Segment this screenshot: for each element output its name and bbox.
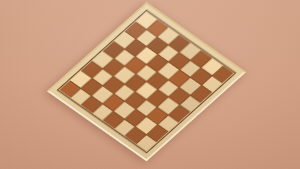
board-inner-border: [57, 10, 237, 154]
board-frame: [47, 2, 246, 162]
chessboard: [47, 2, 246, 162]
board-grid: [60, 12, 234, 151]
table-surface: [0, 0, 300, 169]
